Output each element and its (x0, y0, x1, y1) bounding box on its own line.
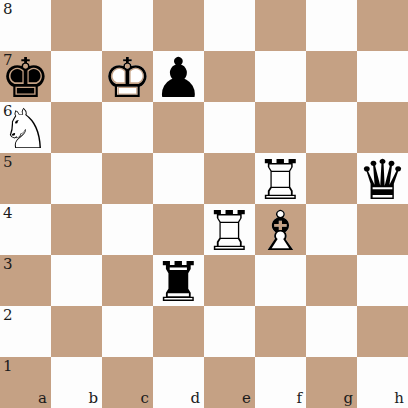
square-h2[interactable] (357, 306, 408, 357)
square-d3[interactable]: ♜ (153, 255, 204, 306)
square-b8[interactable] (51, 0, 102, 51)
white-rook-glyph: ♖ (205, 204, 254, 259)
square-a8[interactable]: 8 (0, 0, 51, 51)
square-e8[interactable] (204, 0, 255, 51)
square-f6[interactable] (255, 102, 306, 153)
square-h1[interactable]: h (357, 357, 408, 408)
square-b2[interactable] (51, 306, 102, 357)
square-c4[interactable] (102, 204, 153, 255)
rank-label-3: 3 (3, 257, 13, 272)
file-label-c: c (141, 391, 149, 406)
rank-label-8: 8 (3, 2, 13, 17)
square-b5[interactable] (51, 153, 102, 204)
black-pawn-glyph: ♟ (154, 51, 203, 106)
square-g7[interactable] (306, 51, 357, 102)
square-c1[interactable]: c (102, 357, 153, 408)
file-label-d: d (190, 391, 200, 406)
square-a2[interactable]: 2 (0, 306, 51, 357)
square-g6[interactable] (306, 102, 357, 153)
square-d4[interactable] (153, 204, 204, 255)
square-c7[interactable]: ♚♔ (102, 51, 153, 102)
black-queen-glyph: ♛ (358, 153, 407, 208)
square-d8[interactable] (153, 0, 204, 51)
square-e1[interactable]: e (204, 357, 255, 408)
square-g4[interactable] (306, 204, 357, 255)
square-c2[interactable] (102, 306, 153, 357)
square-d7[interactable]: ♟ (153, 51, 204, 102)
square-h3[interactable] (357, 255, 408, 306)
square-a7[interactable]: 7♚ (0, 51, 51, 102)
square-f1[interactable]: f (255, 357, 306, 408)
black-rook-glyph: ♜ (154, 255, 203, 310)
square-e7[interactable] (204, 51, 255, 102)
square-d5[interactable] (153, 153, 204, 204)
white-knight: ♞♘ (0, 102, 51, 153)
square-c5[interactable] (102, 153, 153, 204)
file-label-e: e (242, 391, 251, 406)
file-label-b: b (88, 391, 98, 406)
square-f7[interactable] (255, 51, 306, 102)
chess-board: 87♚♚♔♟6♞♘5♜♖♛4♜♖♝♗3♜21abcdefgh (0, 0, 408, 408)
black-king: ♚ (0, 51, 51, 102)
square-f2[interactable] (255, 306, 306, 357)
square-g8[interactable] (306, 0, 357, 51)
white-knight-glyph: ♘ (1, 102, 50, 157)
square-e5[interactable] (204, 153, 255, 204)
file-label-f: f (296, 391, 302, 406)
black-queen: ♛ (357, 153, 408, 204)
square-c8[interactable] (102, 0, 153, 51)
white-rook: ♜♖ (204, 204, 255, 255)
square-a4[interactable]: 4 (0, 204, 51, 255)
square-e2[interactable] (204, 306, 255, 357)
square-h7[interactable] (357, 51, 408, 102)
file-label-g: g (343, 391, 353, 406)
square-g2[interactable] (306, 306, 357, 357)
square-d1[interactable]: d (153, 357, 204, 408)
white-bishop: ♝♗ (255, 204, 306, 255)
rank-label-1: 1 (3, 359, 13, 374)
square-f4[interactable]: ♝♗ (255, 204, 306, 255)
square-b1[interactable]: b (51, 357, 102, 408)
square-b3[interactable] (51, 255, 102, 306)
square-e4[interactable]: ♜♖ (204, 204, 255, 255)
square-e6[interactable] (204, 102, 255, 153)
square-a6[interactable]: 6♞♘ (0, 102, 51, 153)
white-rook: ♜♖ (255, 153, 306, 204)
rank-label-2: 2 (3, 308, 13, 323)
square-g3[interactable] (306, 255, 357, 306)
square-b7[interactable] (51, 51, 102, 102)
square-f5[interactable]: ♜♖ (255, 153, 306, 204)
square-b6[interactable] (51, 102, 102, 153)
file-label-h: h (394, 391, 404, 406)
square-g1[interactable]: g (306, 357, 357, 408)
rank-label-4: 4 (3, 206, 13, 221)
black-pawn: ♟ (153, 51, 204, 102)
file-label-a: a (38, 391, 47, 406)
square-a1[interactable]: 1a (0, 357, 51, 408)
square-f8[interactable] (255, 0, 306, 51)
white-king: ♚♔ (102, 51, 153, 102)
black-rook: ♜ (153, 255, 204, 306)
square-g5[interactable] (306, 153, 357, 204)
square-h5[interactable]: ♛ (357, 153, 408, 204)
square-h8[interactable] (357, 0, 408, 51)
square-c3[interactable] (102, 255, 153, 306)
white-bishop-glyph: ♗ (256, 204, 305, 259)
square-h6[interactable] (357, 102, 408, 153)
square-b4[interactable] (51, 204, 102, 255)
square-a3[interactable]: 3 (0, 255, 51, 306)
white-king-glyph: ♔ (103, 51, 152, 106)
